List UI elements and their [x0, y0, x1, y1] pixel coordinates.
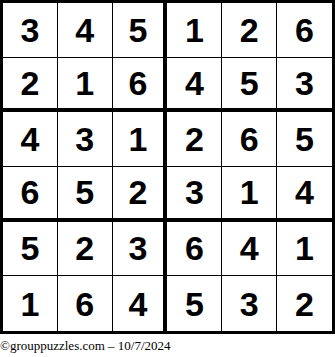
cell-r5c2: 2 [58, 222, 113, 277]
cell-r1c6: 6 [277, 3, 332, 58]
copyright-credit: ©grouppuzzles.com – 10/7/2024 [0, 338, 335, 354]
cell-r6c2: 6 [58, 276, 113, 331]
cell-r3c1: 4 [3, 112, 58, 167]
cell-r4c5: 1 [222, 167, 277, 222]
cell-r4c6: 4 [277, 167, 332, 222]
cell-r6c5: 3 [222, 276, 277, 331]
cell-r3c4: 2 [167, 112, 222, 167]
cell-r5c3: 3 [113, 222, 168, 277]
cell-r1c5: 2 [222, 3, 277, 58]
cell-r2c1: 2 [3, 58, 58, 113]
cell-r3c5: 6 [222, 112, 277, 167]
cell-r5c4: 6 [167, 222, 222, 277]
cell-r4c2: 5 [58, 167, 113, 222]
cell-r4c1: 6 [3, 167, 58, 222]
cell-r1c2: 4 [58, 3, 113, 58]
cell-r2c3: 6 [113, 58, 168, 113]
sudoku-board: 345126216453431265652314523641164532 [0, 0, 335, 334]
cell-r3c6: 5 [277, 112, 332, 167]
cell-r1c1: 3 [3, 3, 58, 58]
cell-r3c3: 1 [113, 112, 168, 167]
cell-r6c1: 1 [3, 276, 58, 331]
cell-r1c3: 5 [113, 3, 168, 58]
cell-r2c4: 4 [167, 58, 222, 113]
cell-r4c3: 2 [113, 167, 168, 222]
cell-r5c5: 4 [222, 222, 277, 277]
cell-r2c5: 5 [222, 58, 277, 113]
cell-r5c1: 5 [3, 222, 58, 277]
cell-r1c4: 1 [167, 3, 222, 58]
cell-r5c6: 1 [277, 222, 332, 277]
cell-r2c2: 1 [58, 58, 113, 113]
cell-r3c2: 3 [58, 112, 113, 167]
cell-r4c4: 3 [167, 167, 222, 222]
cell-r2c6: 3 [277, 58, 332, 113]
cell-r6c4: 5 [167, 276, 222, 331]
cell-r6c6: 2 [277, 276, 332, 331]
cell-r6c3: 4 [113, 276, 168, 331]
